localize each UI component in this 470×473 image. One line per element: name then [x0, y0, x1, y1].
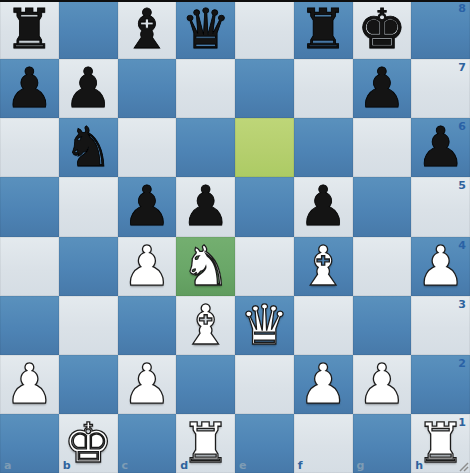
square-d7[interactable] — [176, 59, 235, 118]
square-a3[interactable] — [0, 296, 59, 355]
file-label-f: f — [298, 459, 303, 472]
square-c1[interactable]: c — [118, 414, 177, 473]
file-label-d: d — [180, 459, 188, 472]
chess-board: ♜♝♛♜♚8♟♟♟7♞♟6♟♟♟5♟♞♝♟4♝♛3♟♟♟♟2a♚bc♜defg♜… — [0, 0, 470, 473]
square-b5[interactable] — [59, 177, 118, 236]
square-a1[interactable]: a — [0, 414, 59, 473]
rank-label-5: 5 — [458, 179, 466, 192]
square-f4[interactable]: ♝ — [294, 237, 353, 296]
square-c7[interactable] — [118, 59, 177, 118]
rank-label-1: 1 — [458, 416, 466, 429]
square-d8[interactable]: ♛ — [176, 0, 235, 59]
square-b6[interactable]: ♞ — [59, 118, 118, 177]
piece-white-pawn[interactable]: ♟ — [0, 355, 59, 414]
piece-black-rook[interactable]: ♜ — [0, 0, 59, 59]
square-h2[interactable]: 2 — [411, 355, 470, 414]
square-h6[interactable]: ♟6 — [411, 118, 470, 177]
square-b4[interactable] — [59, 237, 118, 296]
square-a5[interactable] — [0, 177, 59, 236]
piece-white-knight[interactable]: ♞ — [176, 237, 235, 296]
piece-white-queen[interactable]: ♛ — [235, 296, 294, 355]
square-g7[interactable]: ♟ — [353, 59, 412, 118]
file-label-a: a — [4, 459, 11, 472]
square-e7[interactable] — [235, 59, 294, 118]
piece-white-pawn[interactable]: ♟ — [118, 237, 177, 296]
square-e2[interactable] — [235, 355, 294, 414]
square-g2[interactable]: ♟ — [353, 355, 412, 414]
rank-label-8: 8 — [458, 2, 466, 15]
square-d4[interactable]: ♞ — [176, 237, 235, 296]
window-top-edge — [0, 0, 470, 2]
square-b8[interactable] — [59, 0, 118, 59]
piece-black-queen[interactable]: ♛ — [176, 0, 235, 59]
rank-label-6: 6 — [458, 120, 466, 133]
square-f7[interactable] — [294, 59, 353, 118]
square-e1[interactable]: e — [235, 414, 294, 473]
square-f1[interactable]: f — [294, 414, 353, 473]
square-g8[interactable]: ♚ — [353, 0, 412, 59]
square-c5[interactable]: ♟ — [118, 177, 177, 236]
square-e5[interactable] — [235, 177, 294, 236]
rank-label-4: 4 — [458, 239, 466, 252]
square-c3[interactable] — [118, 296, 177, 355]
square-e3[interactable]: ♛ — [235, 296, 294, 355]
square-f2[interactable]: ♟ — [294, 355, 353, 414]
piece-black-king[interactable]: ♚ — [353, 0, 412, 59]
square-g6[interactable] — [353, 118, 412, 177]
piece-white-bishop[interactable]: ♝ — [176, 296, 235, 355]
square-a4[interactable] — [0, 237, 59, 296]
piece-black-pawn[interactable]: ♟ — [118, 177, 177, 236]
square-a7[interactable]: ♟ — [0, 59, 59, 118]
square-a6[interactable] — [0, 118, 59, 177]
file-label-g: g — [357, 459, 365, 472]
square-h7[interactable]: 7 — [411, 59, 470, 118]
square-c4[interactable]: ♟ — [118, 237, 177, 296]
square-f6[interactable] — [294, 118, 353, 177]
piece-black-pawn[interactable]: ♟ — [0, 59, 59, 118]
square-c6[interactable] — [118, 118, 177, 177]
square-g5[interactable] — [353, 177, 412, 236]
square-h4[interactable]: ♟4 — [411, 237, 470, 296]
square-f3[interactable] — [294, 296, 353, 355]
resize-grip-icon[interactable] — [457, 460, 469, 472]
square-e4[interactable] — [235, 237, 294, 296]
square-d3[interactable]: ♝ — [176, 296, 235, 355]
square-a2[interactable]: ♟ — [0, 355, 59, 414]
square-d5[interactable]: ♟ — [176, 177, 235, 236]
square-h3[interactable]: 3 — [411, 296, 470, 355]
square-d2[interactable] — [176, 355, 235, 414]
file-label-e: e — [239, 459, 246, 472]
piece-black-pawn[interactable]: ♟ — [176, 177, 235, 236]
piece-black-bishop[interactable]: ♝ — [118, 0, 177, 59]
piece-black-pawn[interactable]: ♟ — [59, 59, 118, 118]
piece-black-rook[interactable]: ♜ — [294, 0, 353, 59]
square-f5[interactable]: ♟ — [294, 177, 353, 236]
square-c8[interactable]: ♝ — [118, 0, 177, 59]
square-a8[interactable]: ♜ — [0, 0, 59, 59]
piece-black-pawn[interactable]: ♟ — [294, 177, 353, 236]
piece-black-knight[interactable]: ♞ — [59, 118, 118, 177]
file-label-h: h — [415, 459, 423, 472]
square-f8[interactable]: ♜ — [294, 0, 353, 59]
square-h5[interactable]: 5 — [411, 177, 470, 236]
piece-white-bishop[interactable]: ♝ — [294, 237, 353, 296]
square-b7[interactable]: ♟ — [59, 59, 118, 118]
square-d6[interactable] — [176, 118, 235, 177]
square-b2[interactable] — [59, 355, 118, 414]
square-e6[interactable] — [235, 118, 294, 177]
rank-label-2: 2 — [458, 357, 466, 370]
piece-white-pawn[interactable]: ♟ — [353, 355, 412, 414]
square-d1[interactable]: ♜d — [176, 414, 235, 473]
file-label-c: c — [122, 459, 129, 472]
square-c2[interactable]: ♟ — [118, 355, 177, 414]
square-b1[interactable]: ♚b — [59, 414, 118, 473]
piece-black-pawn[interactable]: ♟ — [353, 59, 412, 118]
rank-label-3: 3 — [458, 298, 466, 311]
square-g4[interactable] — [353, 237, 412, 296]
piece-white-pawn[interactable]: ♟ — [118, 355, 177, 414]
square-b3[interactable] — [59, 296, 118, 355]
square-e8[interactable] — [235, 0, 294, 59]
square-g1[interactable]: g — [353, 414, 412, 473]
piece-white-pawn[interactable]: ♟ — [294, 355, 353, 414]
square-h8[interactable]: 8 — [411, 0, 470, 59]
rank-label-7: 7 — [458, 61, 466, 74]
file-label-b: b — [63, 459, 71, 472]
square-g3[interactable] — [353, 296, 412, 355]
